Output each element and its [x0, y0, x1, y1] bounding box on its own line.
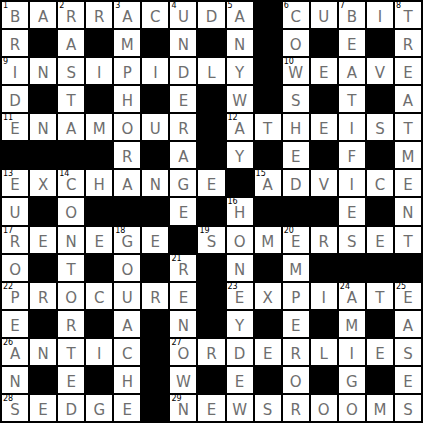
- clue-number: 11: [3, 114, 13, 122]
- letter-cell[interactable]: 28S: [2, 395, 28, 421]
- letter-cell[interactable]: T: [255, 114, 281, 140]
- cell-letter: E: [347, 206, 356, 221]
- letter-cell[interactable]: 5A: [227, 2, 253, 28]
- cell-letter: G: [121, 235, 133, 250]
- letter-cell[interactable]: V: [311, 170, 337, 196]
- letter-cell[interactable]: 12A: [227, 114, 253, 140]
- cell-letter: E: [66, 375, 75, 390]
- block-cell: [198, 114, 224, 140]
- letter-cell[interactable]: H: [86, 170, 112, 196]
- cell-letter: O: [178, 347, 190, 362]
- letter-cell[interactable]: D: [170, 58, 196, 84]
- letter-cell[interactable]: C: [114, 339, 140, 365]
- letter-cell[interactable]: O: [114, 114, 140, 140]
- letter-cell[interactable]: 29N: [170, 395, 196, 421]
- letter-cell[interactable]: E: [311, 58, 337, 84]
- letter-cell[interactable]: N: [30, 114, 56, 140]
- letter-cell[interactable]: I: [142, 58, 168, 84]
- letter-cell[interactable]: W: [170, 367, 196, 393]
- letter-cell[interactable]: X: [30, 170, 56, 196]
- block-cell: [30, 30, 56, 56]
- block-cell: [255, 2, 281, 28]
- letter-cell[interactable]: T: [395, 114, 421, 140]
- cell-letter: M: [93, 122, 106, 137]
- letter-cell[interactable]: R: [2, 30, 28, 56]
- cell-letter: T: [347, 94, 356, 109]
- cell-letter: D: [290, 178, 302, 193]
- cell-letter: O: [121, 122, 133, 137]
- letter-cell[interactable]: N: [2, 367, 28, 393]
- letter-cell[interactable]: I: [367, 2, 393, 28]
- letter-cell[interactable]: 24A: [339, 283, 365, 309]
- letter-cell[interactable]: A: [114, 170, 140, 196]
- block-cell: [86, 367, 112, 393]
- letter-cell[interactable]: E: [2, 311, 28, 337]
- cell-letter: E: [179, 206, 188, 221]
- letter-cell[interactable]: N: [395, 198, 421, 224]
- cell-letter: R: [66, 10, 76, 25]
- block-cell: [255, 198, 281, 224]
- block-cell: [198, 86, 224, 112]
- letter-cell[interactable]: I: [339, 339, 365, 365]
- block-cell: [114, 198, 140, 224]
- letter-cell[interactable]: D: [283, 170, 309, 196]
- letter-cell[interactable]: E: [170, 283, 196, 309]
- letter-cell[interactable]: 22P: [2, 283, 28, 309]
- letter-cell[interactable]: 15A: [255, 170, 281, 196]
- letter-cell[interactable]: W: [227, 395, 253, 421]
- letter-cell[interactable]: R: [58, 311, 84, 337]
- block-cell: [198, 255, 224, 281]
- clue-number: 7: [340, 2, 345, 10]
- letter-cell[interactable]: U: [142, 114, 168, 140]
- letter-cell[interactable]: E: [86, 227, 112, 253]
- cell-letter: H: [94, 178, 105, 193]
- letter-cell[interactable]: O: [311, 395, 337, 421]
- letter-cell[interactable]: U: [114, 283, 140, 309]
- letter-cell[interactable]: N: [58, 227, 84, 253]
- letter-cell[interactable]: E: [367, 227, 393, 253]
- letter-cell[interactable]: G: [339, 367, 365, 393]
- letter-cell[interactable]: S: [283, 86, 309, 112]
- letter-cell[interactable]: 7B: [339, 2, 365, 28]
- letter-cell[interactable]: E: [198, 395, 224, 421]
- letter-cell[interactable]: D: [198, 2, 224, 28]
- letter-cell[interactable]: A: [30, 2, 56, 28]
- letter-cell[interactable]: E: [255, 339, 281, 365]
- cell-letter: P: [291, 291, 300, 306]
- block-cell: [255, 367, 281, 393]
- cell-letter: Y: [235, 150, 244, 165]
- cell-letter: E: [10, 319, 19, 334]
- letter-cell[interactable]: 3A: [114, 2, 140, 28]
- cell-letter: G: [93, 403, 105, 418]
- cell-letter: E: [207, 403, 216, 418]
- letter-cell[interactable]: 4U: [170, 2, 196, 28]
- cell-letter: B: [347, 10, 357, 25]
- letter-cell[interactable]: E: [283, 142, 309, 168]
- letter-cell[interactable]: C: [367, 170, 393, 196]
- letter-cell[interactable]: T: [58, 339, 84, 365]
- letter-cell[interactable]: L: [198, 58, 224, 84]
- block-cell: [86, 311, 112, 337]
- cell-letter: O: [234, 235, 246, 250]
- letter-cell[interactable]: R: [114, 142, 140, 168]
- cell-letter: U: [150, 122, 161, 137]
- cell-letter: O: [290, 38, 302, 53]
- letter-cell[interactable]: F: [339, 142, 365, 168]
- letter-cell[interactable]: T: [58, 86, 84, 112]
- cell-letter: U: [122, 291, 133, 306]
- cell-letter: N: [37, 66, 48, 81]
- clue-number: 9: [3, 58, 8, 66]
- letter-cell[interactable]: T: [367, 283, 393, 309]
- letter-cell[interactable]: E: [311, 114, 337, 140]
- letter-cell[interactable]: 23E: [227, 283, 253, 309]
- letter-cell[interactable]: O: [283, 30, 309, 56]
- letter-cell[interactable]: E: [395, 58, 421, 84]
- cell-letter: S: [10, 403, 20, 418]
- clue-number: 19: [199, 227, 209, 235]
- cell-letter: R: [122, 150, 132, 165]
- letter-cell[interactable]: H: [283, 114, 309, 140]
- cell-letter: E: [179, 291, 188, 306]
- letter-cell[interactable]: C: [142, 2, 168, 28]
- letter-cell[interactable]: 21R: [170, 255, 196, 281]
- letter-cell[interactable]: O: [2, 255, 28, 281]
- letter-cell[interactable]: R: [30, 283, 56, 309]
- cell-letter: D: [234, 347, 246, 362]
- cell-letter: L: [207, 66, 215, 81]
- block-cell: [311, 198, 337, 224]
- clue-number: 24: [340, 283, 350, 291]
- block-cell: [142, 86, 168, 112]
- block-cell: [367, 142, 393, 168]
- letter-cell[interactable]: N: [30, 339, 56, 365]
- cell-letter: I: [350, 347, 354, 362]
- letter-cell[interactable]: E: [30, 227, 56, 253]
- letter-cell[interactable]: I: [86, 339, 112, 365]
- block-cell: [311, 255, 337, 281]
- letter-cell[interactable]: N: [227, 255, 253, 281]
- block-cell: [170, 227, 196, 253]
- letter-cell[interactable]: S: [339, 227, 365, 253]
- letter-cell[interactable]: E: [114, 395, 140, 421]
- letter-cell[interactable]: G: [86, 395, 112, 421]
- letter-cell[interactable]: V: [367, 58, 393, 84]
- cell-letter: O: [65, 206, 77, 221]
- letter-cell[interactable]: P: [283, 283, 309, 309]
- letter-cell[interactable]: 8T: [395, 2, 421, 28]
- letter-cell[interactable]: M: [283, 255, 309, 281]
- cell-letter: N: [234, 263, 245, 278]
- block-cell: [86, 30, 112, 56]
- cell-letter: C: [290, 10, 300, 25]
- letter-cell[interactable]: 20E: [283, 227, 309, 253]
- letter-cell[interactable]: S: [395, 339, 421, 365]
- letter-cell[interactable]: W: [227, 86, 253, 112]
- cell-letter: A: [66, 122, 76, 137]
- letter-cell[interactable]: M: [86, 114, 112, 140]
- cell-letter: A: [347, 291, 357, 306]
- letter-cell[interactable]: D: [227, 339, 253, 365]
- cell-letter: A: [38, 10, 48, 25]
- block-cell: [255, 142, 281, 168]
- letter-cell[interactable]: I: [339, 170, 365, 196]
- cell-letter: E: [291, 235, 300, 250]
- letter-cell[interactable]: 27O: [170, 339, 196, 365]
- letter-cell[interactable]: R: [170, 114, 196, 140]
- cell-letter: N: [178, 319, 189, 334]
- cell-letter: R: [206, 347, 216, 362]
- cell-letter: T: [263, 122, 272, 137]
- letter-cell[interactable]: E: [395, 170, 421, 196]
- cell-letter: O: [318, 403, 330, 418]
- letter-cell[interactable]: M: [367, 395, 393, 421]
- letter-cell[interactable]: O: [283, 367, 309, 393]
- cell-letter: O: [121, 263, 133, 278]
- cell-letter: R: [403, 38, 413, 53]
- letter-cell[interactable]: E: [339, 30, 365, 56]
- cell-letter: A: [178, 150, 188, 165]
- letter-cell[interactable]: L: [311, 339, 337, 365]
- letter-cell[interactable]: 19S: [198, 227, 224, 253]
- letter-cell[interactable]: R: [283, 395, 309, 421]
- cell-letter: M: [289, 263, 302, 278]
- cell-letter: M: [261, 235, 274, 250]
- crossword-grid: 1BA2RR3AC4UD5A6CU7BI8TRAMNNOER9INSIPIDLY…: [0, 0, 423, 423]
- cell-letter: D: [206, 10, 218, 25]
- cell-letter: U: [318, 10, 329, 25]
- cell-letter: C: [66, 178, 76, 193]
- letter-cell[interactable]: M: [255, 227, 281, 253]
- clue-number: 17: [3, 227, 13, 235]
- letter-cell[interactable]: U: [2, 198, 28, 224]
- cell-letter: T: [403, 235, 412, 250]
- letter-cell[interactable]: 10W: [283, 58, 309, 84]
- cell-letter: H: [122, 375, 133, 390]
- letter-cell[interactable]: A: [58, 114, 84, 140]
- cell-letter: I: [97, 66, 101, 81]
- cell-letter: N: [150, 178, 161, 193]
- letter-cell[interactable]: X: [255, 283, 281, 309]
- clue-number: 20: [284, 227, 294, 235]
- cell-letter: F: [348, 150, 357, 165]
- letter-cell[interactable]: M: [395, 142, 421, 168]
- letter-cell[interactable]: M: [114, 30, 140, 56]
- cell-letter: S: [207, 235, 217, 250]
- letter-cell[interactable]: 9I: [2, 58, 28, 84]
- cell-letter: T: [67, 94, 76, 109]
- block-cell: [198, 198, 224, 224]
- cell-letter: R: [178, 263, 188, 278]
- letter-cell[interactable]: S: [367, 114, 393, 140]
- cell-letter: I: [378, 10, 382, 25]
- letter-cell[interactable]: E: [283, 311, 309, 337]
- letter-cell[interactable]: I: [339, 114, 365, 140]
- letter-cell[interactable]: A: [339, 58, 365, 84]
- letter-cell[interactable]: R: [395, 30, 421, 56]
- cell-letter: R: [94, 10, 104, 25]
- letter-cell[interactable]: E: [339, 198, 365, 224]
- cell-letter: N: [9, 375, 20, 390]
- letter-cell[interactable]: N: [170, 30, 196, 56]
- letter-cell[interactable]: T: [339, 86, 365, 112]
- cell-letter: R: [178, 122, 188, 137]
- letter-cell[interactable]: 17R: [2, 227, 28, 253]
- letter-cell[interactable]: G: [170, 170, 196, 196]
- letter-cell[interactable]: N: [142, 170, 168, 196]
- letter-cell[interactable]: E: [30, 395, 56, 421]
- block-cell: [142, 198, 168, 224]
- letter-cell[interactable]: R: [198, 339, 224, 365]
- letter-cell[interactable]: 13E: [2, 170, 28, 196]
- cell-letter: I: [13, 66, 17, 81]
- cell-letter: E: [235, 291, 244, 306]
- letter-cell[interactable]: 26A: [2, 339, 28, 365]
- letter-cell[interactable]: H: [114, 86, 140, 112]
- cell-letter: G: [346, 375, 358, 390]
- letter-cell[interactable]: A: [170, 142, 196, 168]
- clue-number: 2: [59, 2, 64, 10]
- cell-letter: E: [403, 291, 412, 306]
- letter-cell[interactable]: H: [114, 367, 140, 393]
- cell-letter: E: [10, 178, 19, 193]
- letter-cell[interactable]: T: [395, 227, 421, 253]
- letter-cell[interactable]: R: [142, 283, 168, 309]
- clue-number: 6: [284, 2, 289, 10]
- letter-cell[interactable]: S: [395, 395, 421, 421]
- cell-letter: R: [10, 235, 20, 250]
- clue-number: 3: [115, 2, 120, 10]
- letter-cell[interactable]: R: [311, 227, 337, 253]
- letter-cell[interactable]: Y: [227, 142, 253, 168]
- cell-letter: D: [9, 94, 21, 109]
- letter-cell[interactable]: U: [311, 2, 337, 28]
- letter-cell[interactable]: R: [86, 2, 112, 28]
- clue-number: 27: [171, 339, 181, 347]
- letter-cell[interactable]: 25E: [395, 283, 421, 309]
- letter-cell[interactable]: A: [114, 311, 140, 337]
- letter-cell[interactable]: T: [58, 255, 84, 281]
- letter-cell[interactable]: P: [114, 58, 140, 84]
- block-cell: [255, 58, 281, 84]
- block-cell: [198, 367, 224, 393]
- cell-letter: C: [375, 178, 385, 193]
- letter-cell[interactable]: O: [227, 227, 253, 253]
- letter-cell[interactable]: A: [58, 30, 84, 56]
- block-cell: [142, 255, 168, 281]
- cell-letter: S: [375, 122, 385, 137]
- cell-letter: S: [263, 403, 273, 418]
- clue-number: 21: [171, 255, 181, 263]
- letter-cell[interactable]: Y: [227, 58, 253, 84]
- letter-cell[interactable]: A: [395, 311, 421, 337]
- block-cell: [339, 255, 365, 281]
- letter-cell[interactable]: 11E: [2, 114, 28, 140]
- cell-letter: H: [234, 206, 245, 221]
- block-cell: [255, 86, 281, 112]
- block-cell: [367, 311, 393, 337]
- letter-cell[interactable]: R: [283, 339, 309, 365]
- letter-cell[interactable]: 1B: [2, 2, 28, 28]
- cell-letter: E: [403, 375, 412, 390]
- letter-cell[interactable]: E: [227, 367, 253, 393]
- cell-letter: U: [178, 10, 189, 25]
- block-cell: [58, 142, 84, 168]
- cell-letter: I: [322, 291, 326, 306]
- cell-letter: I: [153, 66, 157, 81]
- letter-cell[interactable]: E: [170, 198, 196, 224]
- letter-cell[interactable]: A: [395, 86, 421, 112]
- letter-cell[interactable]: M: [339, 311, 365, 337]
- block-cell: [30, 86, 56, 112]
- letter-cell[interactable]: D: [58, 395, 84, 421]
- block-cell: [255, 30, 281, 56]
- letter-cell[interactable]: I: [86, 58, 112, 84]
- letter-cell[interactable]: N: [30, 58, 56, 84]
- cell-letter: E: [403, 178, 412, 193]
- letter-cell[interactable]: O: [339, 395, 365, 421]
- letter-cell[interactable]: I: [311, 283, 337, 309]
- block-cell: [142, 142, 168, 168]
- cell-letter: R: [66, 319, 76, 334]
- block-cell: [86, 198, 112, 224]
- letter-cell[interactable]: 14C: [58, 170, 84, 196]
- letter-cell[interactable]: C: [86, 283, 112, 309]
- cell-letter: E: [263, 347, 272, 362]
- letter-cell[interactable]: O: [58, 283, 84, 309]
- clue-number: 28: [3, 395, 13, 403]
- letter-cell[interactable]: E: [367, 339, 393, 365]
- cell-letter: E: [38, 403, 47, 418]
- letter-cell[interactable]: 16H: [227, 198, 253, 224]
- cell-letter: M: [121, 38, 134, 53]
- block-cell: [227, 170, 253, 196]
- cell-letter: O: [290, 375, 302, 390]
- letter-cell[interactable]: 2R: [58, 2, 84, 28]
- letter-cell[interactable]: S: [255, 395, 281, 421]
- cell-letter: A: [234, 10, 244, 25]
- letter-cell[interactable]: N: [227, 30, 253, 56]
- letter-cell[interactable]: E: [142, 227, 168, 253]
- letter-cell[interactable]: E: [395, 367, 421, 393]
- letter-cell[interactable]: S: [58, 58, 84, 84]
- letter-cell[interactable]: Y: [227, 311, 253, 337]
- cell-letter: N: [66, 235, 77, 250]
- letter-cell[interactable]: O: [114, 255, 140, 281]
- cell-letter: I: [350, 122, 354, 137]
- cell-letter: E: [319, 66, 328, 81]
- letter-cell[interactable]: E: [198, 170, 224, 196]
- cell-letter: E: [291, 319, 300, 334]
- letter-cell[interactable]: N: [170, 311, 196, 337]
- letter-cell[interactable]: E: [170, 86, 196, 112]
- letter-cell[interactable]: 6C: [283, 2, 309, 28]
- cell-letter: T: [403, 10, 412, 25]
- cell-letter: C: [122, 347, 132, 362]
- letter-cell[interactable]: O: [58, 198, 84, 224]
- cell-letter: E: [123, 403, 132, 418]
- cell-letter: P: [11, 291, 20, 306]
- letter-cell[interactable]: 18G: [114, 227, 140, 253]
- clue-number: 15: [256, 170, 266, 178]
- clue-number: 23: [228, 283, 238, 291]
- cell-letter: N: [37, 122, 48, 137]
- clue-number: 1: [3, 2, 8, 10]
- letter-cell[interactable]: D: [2, 86, 28, 112]
- letter-cell[interactable]: E: [58, 367, 84, 393]
